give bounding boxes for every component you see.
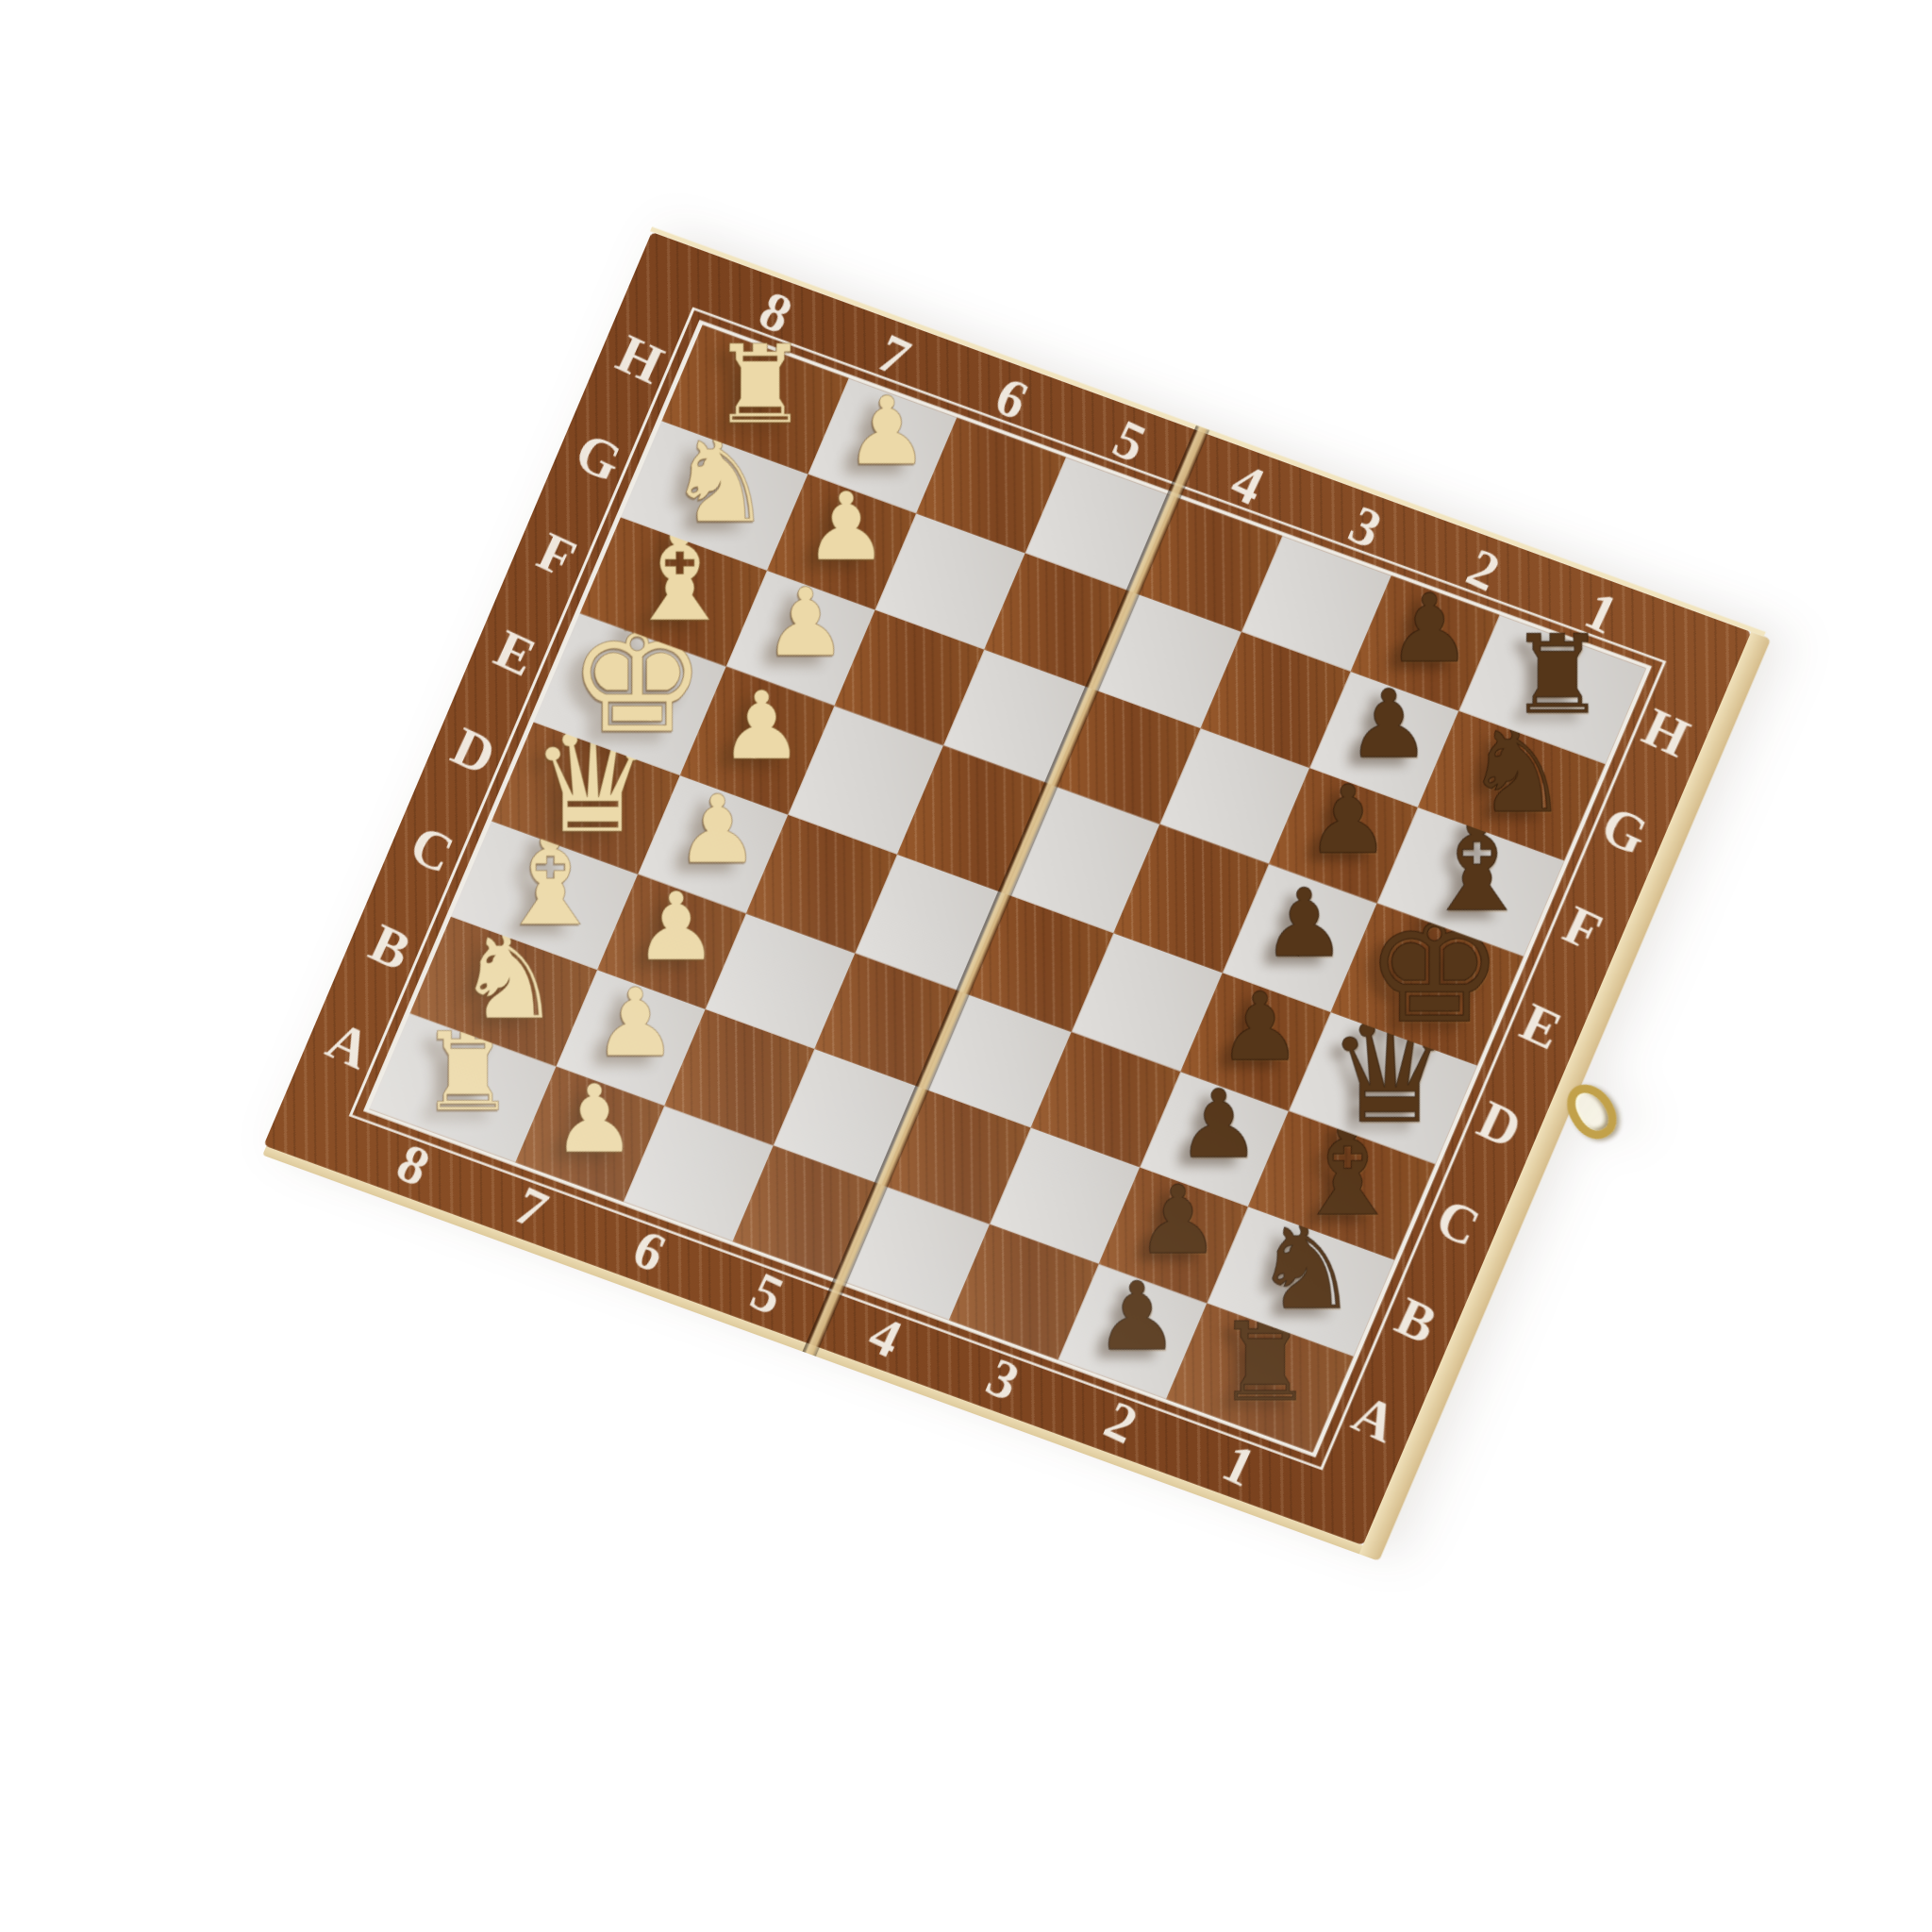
- chess-board: ABCDEFGH ABCDEFGH 87654321 87654321 ♜♞♝♛…: [263, 232, 1751, 1546]
- dark-pawn-h2: ♟: [1387, 582, 1472, 676]
- product-photo-stage: ABCDEFGH ABCDEFGH 87654321 87654321 ♜♞♝♛…: [0, 0, 1932, 1932]
- light-pawn-e7: ♟: [720, 679, 805, 774]
- board-surface: ABCDEFGH ABCDEFGH 87654321 87654321 ♜♞♝♛…: [263, 232, 1751, 1546]
- brass-clasp: [1557, 1052, 1656, 1144]
- light-pawn-h7: ♟: [844, 384, 929, 478]
- light-rook-h8: ♜: [711, 330, 808, 439]
- clasp-hook-icon: [1558, 1075, 1624, 1147]
- dark-pawn-e2: ♟: [1262, 876, 1347, 971]
- dark-rook-h1: ♜: [1508, 621, 1606, 729]
